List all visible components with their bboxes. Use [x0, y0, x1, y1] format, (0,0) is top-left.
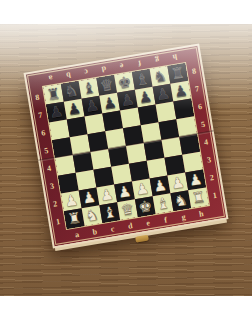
piece-white-knight: ♞ — [173, 191, 189, 211]
coordinate-label: b — [85, 223, 105, 241]
piece-white-queen: ♛ — [119, 200, 135, 220]
piece-black-knight: ♞ — [63, 81, 79, 101]
chess-board: abcdefgh abcdefgh 87654321 87654321 ♜♞♝♛… — [26, 46, 226, 246]
piece-white-pawn: ♟ — [63, 191, 79, 211]
piece-black-pawn: ♟ — [102, 93, 118, 113]
piece-black-pawn: ♟ — [66, 99, 82, 119]
coordinate-label: c — [102, 220, 122, 238]
piece-white-pawn: ♟ — [187, 170, 203, 190]
piece-black-rook: ♜ — [45, 84, 61, 104]
piece-white-pawn: ♟ — [134, 179, 150, 199]
piece-black-king: ♚ — [116, 72, 132, 92]
piece-black-rook: ♜ — [170, 63, 186, 83]
coordinate-label: e — [138, 214, 158, 232]
square-h1: ♜ — [188, 187, 209, 208]
coordinate-label: h — [191, 205, 211, 223]
piece-white-pawn: ♟ — [152, 176, 168, 196]
coordinate-label: d — [120, 217, 140, 235]
board-squares-grid: ♜♞♝♛♚♝♞♜♟♟♟♟♟♟♟♟♟♟♟♟♟♟♟♟♜♞♝♛♚♝♞♜ — [43, 63, 209, 229]
piece-black-pawn: ♟ — [155, 84, 171, 104]
piece-white-king: ♚ — [137, 197, 153, 217]
piece-white-pawn: ♟ — [81, 188, 97, 208]
piece-white-knight: ♞ — [84, 206, 100, 226]
piece-black-pawn: ♟ — [137, 87, 153, 107]
piece-black-pawn: ♟ — [84, 96, 100, 116]
piece-white-bishop: ♝ — [155, 194, 171, 214]
piece-black-pawn: ♟ — [119, 90, 135, 110]
piece-black-pawn: ♟ — [48, 102, 64, 122]
piece-black-bishop: ♝ — [81, 78, 97, 98]
piece-black-pawn: ♟ — [173, 81, 189, 101]
piece-black-bishop: ♝ — [134, 69, 150, 89]
piece-black-queen: ♛ — [99, 75, 115, 95]
piece-white-pawn: ♟ — [99, 185, 115, 205]
piece-white-rook: ♜ — [190, 188, 206, 208]
piece-white-pawn: ♟ — [116, 182, 132, 202]
coordinate-label: a — [67, 226, 87, 244]
coordinate-label: g — [173, 208, 193, 226]
coordinate-label: 1 — [206, 185, 224, 205]
piece-white-pawn: ♟ — [170, 173, 186, 193]
coordinate-label: f — [156, 211, 176, 229]
piece-black-knight: ♞ — [152, 66, 168, 86]
piece-white-rook: ♜ — [66, 209, 82, 229]
piece-white-bishop: ♝ — [102, 203, 118, 223]
